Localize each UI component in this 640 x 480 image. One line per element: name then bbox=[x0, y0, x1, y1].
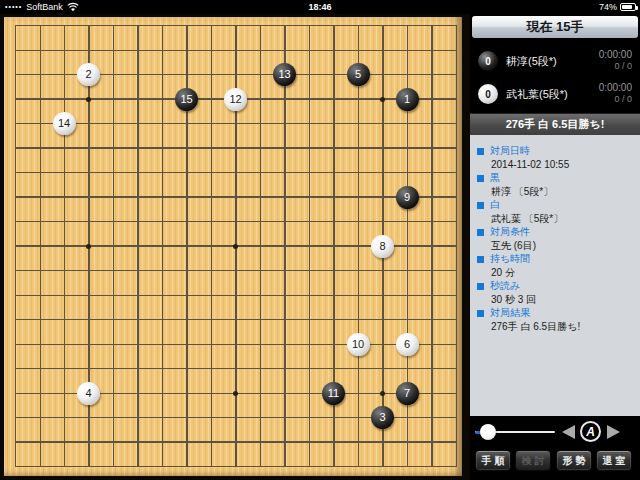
white-stone-icon: 0 bbox=[478, 84, 498, 104]
action-button-tejun[interactable]: 手順 bbox=[475, 450, 511, 471]
stone-white-K16: 12 bbox=[224, 88, 247, 111]
info-value: 276手 白 6.5目勝ち! bbox=[470, 320, 640, 334]
bullet-square-icon bbox=[477, 148, 484, 155]
stone-white-O6: 10 bbox=[347, 333, 370, 356]
auto-play-button[interactable]: A bbox=[580, 421, 601, 442]
action-button-keisei[interactable]: 形勢 bbox=[556, 450, 592, 471]
player-row-black: 0 耕淳(5段*) 0:00:00 0 / 0 bbox=[470, 46, 640, 76]
bullet-square-icon bbox=[477, 202, 484, 209]
status-right: 74% bbox=[599, 0, 636, 14]
white-periods: 0 / 0 bbox=[599, 94, 632, 105]
game-detail-panel: 対局日時2014-11-02 10:55黒耕淳 〔5段*〕白武礼葉 〔5段*〕対… bbox=[470, 135, 640, 416]
next-move-button[interactable] bbox=[607, 425, 620, 439]
stone-black-R12: 9 bbox=[396, 186, 419, 209]
white-player-name: 武礼葉(5段*) bbox=[506, 79, 568, 109]
stone-white-D4: 4 bbox=[77, 382, 100, 405]
info-value: 互先 (6目) bbox=[470, 239, 640, 253]
star-point bbox=[86, 97, 91, 102]
info-label: 対局条件 bbox=[470, 225, 640, 239]
app-screen: ••••• SoftBank 18:46 74% 123456789101112… bbox=[0, 0, 640, 480]
black-time: 0:00:00 bbox=[599, 48, 632, 61]
info-value: 20 分 bbox=[470, 266, 640, 280]
info-label: 白 bbox=[470, 198, 640, 212]
info-label: 対局結果 bbox=[470, 306, 640, 320]
black-player-clock: 0:00:00 0 / 0 bbox=[599, 48, 632, 72]
slider-knob[interactable] bbox=[480, 424, 496, 440]
white-player-clock: 0:00:00 0 / 0 bbox=[599, 81, 632, 105]
stone-black-H16: 15 bbox=[175, 88, 198, 111]
black-stone-icon: 0 bbox=[478, 51, 498, 71]
stone-white-Q10: 8 bbox=[371, 235, 394, 258]
bullet-square-icon bbox=[477, 283, 484, 290]
battery-percent-label: 74% bbox=[599, 2, 617, 12]
action-button-taishitsu[interactable]: 退室 bbox=[596, 450, 632, 471]
clock-label: 18:46 bbox=[0, 0, 640, 14]
stone-black-Q3: 3 bbox=[371, 406, 394, 429]
black-periods: 0 / 0 bbox=[599, 61, 632, 72]
info-label: 持ち時間 bbox=[470, 252, 640, 266]
black-player-name: 耕淳(5段*) bbox=[506, 46, 557, 76]
star-point bbox=[380, 97, 385, 102]
info-label: 秒読み bbox=[470, 279, 640, 293]
game-info-sidebar: 現在 15手 0 耕淳(5段*) 0:00:00 0 / 0 0 武礼葉(5段*… bbox=[470, 14, 640, 480]
star-point bbox=[233, 391, 238, 396]
player-row-white: 0 武礼葉(5段*) 0:00:00 0 / 0 bbox=[470, 79, 640, 109]
battery-icon bbox=[620, 3, 636, 11]
stone-black-R16: 1 bbox=[396, 88, 419, 111]
result-banner: 276手 白 6.5目勝ち! bbox=[470, 113, 640, 135]
info-label: 黒 bbox=[470, 171, 640, 185]
info-value: 2014-11-02 10:55 bbox=[470, 158, 640, 172]
stone-white-D17: 2 bbox=[77, 63, 100, 86]
star-point bbox=[233, 244, 238, 249]
bullet-square-icon bbox=[477, 175, 484, 182]
board-pane: 123456789101112131415 bbox=[0, 14, 470, 480]
white-time: 0:00:00 bbox=[599, 81, 632, 94]
bullet-square-icon bbox=[477, 310, 484, 317]
stone-black-O17: 5 bbox=[347, 63, 370, 86]
info-label: 対局日時 bbox=[470, 144, 640, 158]
action-button-kentou: 検討 bbox=[515, 450, 551, 471]
move-slider[interactable] bbox=[475, 416, 555, 448]
star-point bbox=[86, 244, 91, 249]
info-value: 30 秒 3 回 bbox=[470, 293, 640, 307]
stone-white-R6: 6 bbox=[396, 333, 419, 356]
star-point bbox=[380, 391, 385, 396]
go-board[interactable]: 123456789101112131415 bbox=[4, 17, 462, 476]
playback-controls: A 手順 検討 形勢 退室 bbox=[470, 416, 640, 480]
current-move-header: 現在 15手 bbox=[472, 16, 638, 38]
info-value: 耕淳 〔5段*〕 bbox=[470, 185, 640, 199]
status-bar: ••••• SoftBank 18:46 74% bbox=[0, 0, 640, 14]
bullet-square-icon bbox=[477, 256, 484, 263]
stone-black-M17: 13 bbox=[273, 63, 296, 86]
stone-black-N4: 11 bbox=[322, 382, 345, 405]
previous-move-button[interactable] bbox=[562, 425, 575, 439]
bullet-square-icon bbox=[477, 229, 484, 236]
info-value: 武礼葉 〔5段*〕 bbox=[470, 212, 640, 226]
stone-white-C15: 14 bbox=[53, 112, 76, 135]
stone-black-R4: 7 bbox=[396, 382, 419, 405]
